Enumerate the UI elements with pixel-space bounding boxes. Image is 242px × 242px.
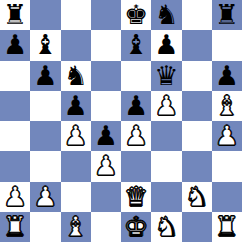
square-g2[interactable]: ♞ xyxy=(182,182,212,212)
square-c7[interactable] xyxy=(61,30,91,60)
square-c3[interactable] xyxy=(61,151,91,181)
square-c6[interactable]: ♞ xyxy=(61,61,91,91)
square-a5[interactable] xyxy=(0,91,30,121)
black-pawn[interactable]: ♟ xyxy=(3,30,27,60)
white-bishop[interactable]: ♝ xyxy=(215,91,239,121)
black-pawn[interactable]: ♟ xyxy=(124,91,148,121)
black-knight[interactable]: ♞ xyxy=(154,0,178,30)
square-h6[interactable]: ♟ xyxy=(212,61,242,91)
square-h3[interactable] xyxy=(212,151,242,181)
black-pawn[interactable]: ♟ xyxy=(94,121,118,151)
square-h4[interactable]: ♟ xyxy=(212,121,242,151)
black-pawn[interactable]: ♟ xyxy=(154,30,178,60)
square-e4[interactable]: ♟ xyxy=(121,121,151,151)
white-pawn[interactable]: ♟ xyxy=(154,91,178,121)
square-g6[interactable] xyxy=(182,61,212,91)
square-b2[interactable]: ♟ xyxy=(30,182,60,212)
square-d2[interactable] xyxy=(91,182,121,212)
black-knight[interactable]: ♞ xyxy=(64,61,88,91)
square-b8[interactable] xyxy=(30,0,60,30)
square-d6[interactable] xyxy=(91,61,121,91)
square-a1[interactable]: ♜ xyxy=(0,212,30,242)
white-pawn[interactable]: ♟ xyxy=(33,182,57,212)
square-h5[interactable]: ♝ xyxy=(212,91,242,121)
square-a8[interactable]: ♜ xyxy=(0,0,30,30)
square-f7[interactable]: ♟ xyxy=(151,30,181,60)
white-pawn[interactable]: ♟ xyxy=(215,121,239,151)
square-g4[interactable] xyxy=(182,121,212,151)
square-g1[interactable] xyxy=(182,212,212,242)
white-bishop[interactable]: ♝ xyxy=(64,212,88,242)
white-pawn[interactable]: ♟ xyxy=(64,121,88,151)
white-knight[interactable]: ♞ xyxy=(185,182,209,212)
square-e6[interactable] xyxy=(121,61,151,91)
square-e7[interactable]: ♝ xyxy=(121,30,151,60)
square-a6[interactable] xyxy=(0,61,30,91)
black-queen[interactable]: ♛ xyxy=(154,61,178,91)
white-pawn[interactable]: ♟ xyxy=(3,182,27,212)
square-g7[interactable] xyxy=(182,30,212,60)
square-g5[interactable] xyxy=(182,91,212,121)
square-d5[interactable] xyxy=(91,91,121,121)
square-c4[interactable]: ♟ xyxy=(61,121,91,151)
chess-board: ♜♚♞♜♟♝♝♟♟♞♛♟♟♟♟♝♟♟♟♟♟♟♟♛♞♜♝♚♞♜ xyxy=(0,0,242,242)
black-bishop[interactable]: ♝ xyxy=(124,30,148,60)
square-e3[interactable] xyxy=(121,151,151,181)
black-rook[interactable]: ♜ xyxy=(3,0,27,30)
square-c5[interactable]: ♟ xyxy=(61,91,91,121)
square-a7[interactable]: ♟ xyxy=(0,30,30,60)
white-rook[interactable]: ♜ xyxy=(215,212,239,242)
square-f6[interactable]: ♛ xyxy=(151,61,181,91)
square-b6[interactable]: ♟ xyxy=(30,61,60,91)
square-e5[interactable]: ♟ xyxy=(121,91,151,121)
square-b4[interactable] xyxy=(30,121,60,151)
square-c1[interactable]: ♝ xyxy=(61,212,91,242)
square-f2[interactable] xyxy=(151,182,181,212)
white-pawn[interactable]: ♟ xyxy=(124,121,148,151)
black-rook[interactable]: ♜ xyxy=(215,0,239,30)
square-f5[interactable]: ♟ xyxy=(151,91,181,121)
white-pawn[interactable]: ♟ xyxy=(94,151,118,181)
square-b7[interactable]: ♝ xyxy=(30,30,60,60)
square-h2[interactable] xyxy=(212,182,242,212)
black-pawn[interactable]: ♟ xyxy=(33,61,57,91)
square-f8[interactable]: ♞ xyxy=(151,0,181,30)
square-d4[interactable]: ♟ xyxy=(91,121,121,151)
square-g8[interactable] xyxy=(182,0,212,30)
square-f4[interactable] xyxy=(151,121,181,151)
square-c8[interactable] xyxy=(61,0,91,30)
square-a2[interactable]: ♟ xyxy=(0,182,30,212)
square-a3[interactable] xyxy=(0,151,30,181)
white-knight[interactable]: ♞ xyxy=(154,212,178,242)
chess-board-container: ♜♚♞♜♟♝♝♟♟♞♛♟♟♟♟♝♟♟♟♟♟♟♟♛♞♜♝♚♞♜ xyxy=(0,0,242,242)
white-king[interactable]: ♚ xyxy=(124,212,148,242)
black-king[interactable]: ♚ xyxy=(124,0,148,30)
square-g3[interactable] xyxy=(182,151,212,181)
square-e2[interactable]: ♛ xyxy=(121,182,151,212)
square-a4[interactable] xyxy=(0,121,30,151)
square-d3[interactable]: ♟ xyxy=(91,151,121,181)
square-e8[interactable]: ♚ xyxy=(121,0,151,30)
square-b5[interactable] xyxy=(30,91,60,121)
black-pawn[interactable]: ♟ xyxy=(215,61,239,91)
square-c2[interactable] xyxy=(61,182,91,212)
white-queen[interactable]: ♛ xyxy=(124,182,148,212)
square-d1[interactable] xyxy=(91,212,121,242)
square-f3[interactable] xyxy=(151,151,181,181)
white-rook[interactable]: ♜ xyxy=(3,212,27,242)
black-pawn[interactable]: ♟ xyxy=(64,91,88,121)
square-h1[interactable]: ♜ xyxy=(212,212,242,242)
square-b3[interactable] xyxy=(30,151,60,181)
square-e1[interactable]: ♚ xyxy=(121,212,151,242)
square-h8[interactable]: ♜ xyxy=(212,0,242,30)
square-b1[interactable] xyxy=(30,212,60,242)
square-f1[interactable]: ♞ xyxy=(151,212,181,242)
square-d8[interactable] xyxy=(91,0,121,30)
black-bishop[interactable]: ♝ xyxy=(33,30,57,60)
square-h7[interactable] xyxy=(212,30,242,60)
square-d7[interactable] xyxy=(91,30,121,60)
